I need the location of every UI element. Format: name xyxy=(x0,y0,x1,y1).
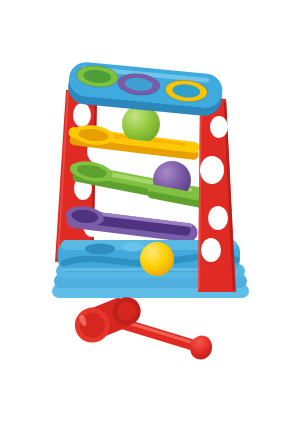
post-cutout xyxy=(210,116,228,138)
hammer xyxy=(70,290,216,362)
product-photo xyxy=(0,0,287,430)
post-cutout xyxy=(208,206,228,230)
base-depression xyxy=(85,244,115,255)
post-cutout xyxy=(201,238,221,262)
toy-illustration xyxy=(0,0,287,430)
hammer-head xyxy=(70,290,147,348)
base-dome xyxy=(122,243,144,252)
yellow-ball xyxy=(140,242,174,276)
post-cutout xyxy=(73,103,91,127)
tower-right-post xyxy=(198,96,236,292)
post-cutout xyxy=(200,156,224,184)
hammer-knob xyxy=(187,333,215,362)
